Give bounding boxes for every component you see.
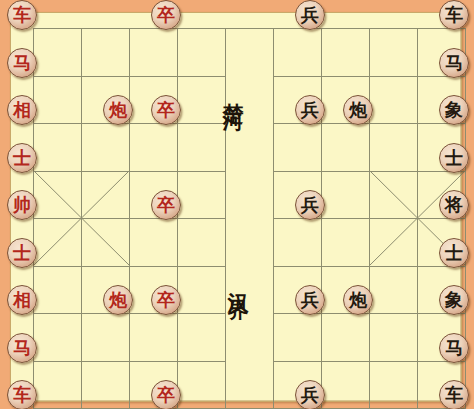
board-cell [370, 362, 418, 409]
board-cell [82, 124, 130, 172]
piece-red-horse[interactable]: 马 [7, 48, 37, 78]
piece-glyph: 马 [445, 338, 463, 356]
piece-black-horse[interactable]: 马 [439, 333, 469, 363]
piece-glyph: 卒 [157, 291, 175, 309]
piece-glyph: 兵 [301, 101, 319, 119]
piece-glyph: 兵 [301, 291, 319, 309]
piece-black-chariot[interactable]: 车 [439, 0, 469, 30]
piece-glyph: 炮 [109, 291, 127, 309]
board-cell [370, 29, 418, 77]
piece-glyph: 车 [445, 6, 463, 24]
piece-red-chariot[interactable]: 车 [7, 380, 37, 409]
piece-black-cannon[interactable]: 炮 [343, 95, 373, 125]
river-label-chu-he: 楚河 [222, 86, 243, 100]
board-cell [82, 29, 130, 77]
piece-black-elephant[interactable]: 象 [439, 95, 469, 125]
piece-red-cannon[interactable]: 炮 [103, 95, 133, 125]
board-cell [370, 314, 418, 362]
xiangqi-app: 楚河 汉界 车马相士帅士相马车炮炮卒卒卒卒卒兵兵兵兵兵炮炮车马象士将士象马车 [0, 0, 474, 409]
board-cell [34, 77, 82, 125]
board-cell [370, 124, 418, 172]
piece-glyph: 象 [445, 291, 463, 309]
piece-glyph: 士 [445, 243, 463, 261]
river-label-han-jie: 汉界 [227, 275, 248, 289]
piece-glyph: 卒 [157, 386, 175, 404]
piece-red-advisor[interactable]: 士 [7, 238, 37, 268]
piece-black-soldier[interactable]: 兵 [295, 190, 325, 220]
board-cell [178, 314, 226, 362]
piece-red-soldier[interactable]: 卒 [151, 0, 181, 30]
piece-glyph: 炮 [109, 101, 127, 119]
piece-glyph: 象 [445, 101, 463, 119]
board-cell [130, 124, 178, 172]
piece-glyph: 士 [445, 148, 463, 166]
piece-black-advisor[interactable]: 士 [439, 143, 469, 173]
board-cell [178, 29, 226, 77]
board-cell [322, 29, 370, 77]
board-cell [130, 29, 178, 77]
piece-glyph: 马 [445, 53, 463, 71]
board-cell [322, 172, 370, 220]
piece-black-soldier[interactable]: 兵 [295, 0, 325, 30]
piece-red-elephant[interactable]: 相 [7, 285, 37, 315]
river-cell [226, 314, 274, 362]
board-cell [274, 29, 322, 77]
piece-red-soldier[interactable]: 卒 [151, 380, 181, 409]
board-cell [82, 362, 130, 409]
piece-glyph: 兵 [301, 196, 319, 214]
river-cell [226, 77, 274, 125]
piece-red-chariot[interactable]: 车 [7, 0, 37, 30]
board-cell [178, 172, 226, 220]
piece-glyph: 卒 [157, 101, 175, 119]
board-cell [274, 219, 322, 267]
piece-glyph: 马 [13, 338, 31, 356]
piece-red-horse[interactable]: 马 [7, 333, 37, 363]
piece-glyph: 将 [445, 196, 463, 214]
board-cell [178, 219, 226, 267]
piece-glyph: 车 [445, 386, 463, 404]
piece-glyph: 士 [13, 148, 31, 166]
piece-glyph: 炮 [349, 101, 367, 119]
piece-black-chariot[interactable]: 车 [439, 380, 469, 409]
board-cell [322, 314, 370, 362]
board-cell [82, 314, 130, 362]
piece-red-elephant[interactable]: 相 [7, 95, 37, 125]
board-cell [370, 77, 418, 125]
board-cell [274, 314, 322, 362]
piece-red-soldier[interactable]: 卒 [151, 95, 181, 125]
board-cell [322, 124, 370, 172]
river-cell [226, 172, 274, 220]
piece-glyph: 卒 [157, 6, 175, 24]
xiangqi-board [10, 12, 462, 402]
piece-glyph: 士 [13, 243, 31, 261]
board-cell [34, 314, 82, 362]
piece-black-elephant[interactable]: 象 [439, 285, 469, 315]
river-cell [226, 219, 274, 267]
board-cell [178, 362, 226, 409]
piece-black-soldier[interactable]: 兵 [295, 380, 325, 409]
piece-black-soldier[interactable]: 兵 [295, 95, 325, 125]
board-cell [34, 29, 82, 77]
piece-red-advisor[interactable]: 士 [7, 143, 37, 173]
piece-glyph: 兵 [301, 6, 319, 24]
board-cell [34, 267, 82, 315]
piece-black-soldier[interactable]: 兵 [295, 285, 325, 315]
piece-red-soldier[interactable]: 卒 [151, 285, 181, 315]
board-cell [322, 362, 370, 409]
piece-black-horse[interactable]: 马 [439, 48, 469, 78]
river-cell [226, 362, 274, 409]
piece-glyph: 相 [13, 291, 31, 309]
piece-glyph: 兵 [301, 386, 319, 404]
board-cell [178, 267, 226, 315]
piece-red-cannon[interactable]: 炮 [103, 285, 133, 315]
piece-black-cannon[interactable]: 炮 [343, 285, 373, 315]
piece-glyph: 卒 [157, 196, 175, 214]
piece-red-soldier[interactable]: 卒 [151, 190, 181, 220]
river-cell [226, 267, 274, 315]
board-cell [34, 124, 82, 172]
piece-red-general[interactable]: 帅 [7, 190, 37, 220]
piece-glyph: 炮 [349, 291, 367, 309]
board-cell [370, 267, 418, 315]
piece-glyph: 马 [13, 53, 31, 71]
river-cell [226, 124, 274, 172]
piece-glyph: 相 [13, 101, 31, 119]
palace-left-diagonals [33, 170, 130, 266]
board-cell [34, 362, 82, 409]
board-cell [130, 219, 178, 267]
board-cell [130, 314, 178, 362]
board-cell [322, 219, 370, 267]
piece-black-advisor[interactable]: 士 [439, 238, 469, 268]
board-cell [274, 124, 322, 172]
board-cell [178, 77, 226, 125]
river-cell [226, 29, 274, 77]
piece-black-general[interactable]: 将 [439, 190, 469, 220]
piece-glyph: 车 [13, 386, 31, 404]
piece-glyph: 车 [13, 6, 31, 24]
board-cell [178, 124, 226, 172]
piece-glyph: 帅 [13, 196, 31, 214]
